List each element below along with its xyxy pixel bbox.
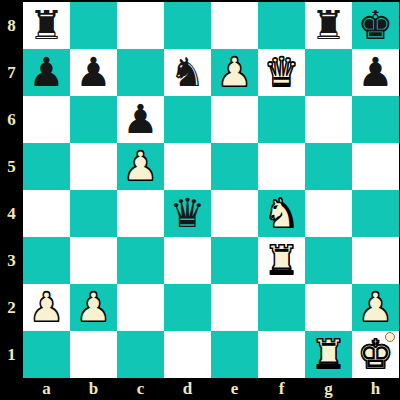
square-g2[interactable] <box>305 284 352 331</box>
square-a2[interactable]: ♟ <box>23 284 70 331</box>
square-g7[interactable] <box>305 49 352 96</box>
square-e3[interactable] <box>211 237 258 284</box>
square-h2[interactable]: ♟ <box>352 284 399 331</box>
square-d4[interactable]: ♛ <box>164 190 211 237</box>
piece-white-rook-f3[interactable]: ♜ <box>264 240 300 280</box>
piece-black-rook-g8[interactable]: ♜ <box>311 5 347 45</box>
square-d7[interactable]: ♞ <box>164 49 211 96</box>
side-to-move-indicator <box>385 332 395 342</box>
square-a8[interactable]: ♜ <box>23 2 70 49</box>
piece-black-rook-a8[interactable]: ♜ <box>29 5 65 45</box>
rank-label-7: 7 <box>0 49 23 96</box>
square-e5[interactable] <box>211 143 258 190</box>
square-h5[interactable] <box>352 143 399 190</box>
square-f4[interactable]: ♞ <box>258 190 305 237</box>
piece-white-pawn-c5[interactable]: ♟ <box>123 146 159 186</box>
piece-black-pawn-h7[interactable]: ♟ <box>358 52 394 92</box>
square-e2[interactable] <box>211 284 258 331</box>
file-label-g: g <box>305 378 352 400</box>
square-b3[interactable] <box>70 237 117 284</box>
piece-white-queen-f7[interactable]: ♛ <box>264 52 300 92</box>
square-a7[interactable]: ♟ <box>23 49 70 96</box>
piece-black-pawn-b7[interactable]: ♟ <box>76 52 112 92</box>
rank-label-6: 6 <box>0 96 23 143</box>
square-d6[interactable] <box>164 96 211 143</box>
square-f1[interactable] <box>258 331 305 378</box>
square-c6[interactable]: ♟ <box>117 96 164 143</box>
piece-white-pawn-b2[interactable]: ♟ <box>76 287 112 327</box>
piece-black-king-h8[interactable]: ♚ <box>358 5 394 45</box>
square-c2[interactable] <box>117 284 164 331</box>
square-b6[interactable] <box>70 96 117 143</box>
square-f2[interactable] <box>258 284 305 331</box>
square-e4[interactable] <box>211 190 258 237</box>
piece-white-knight-f4[interactable]: ♞ <box>264 193 300 233</box>
square-c7[interactable] <box>117 49 164 96</box>
square-a4[interactable] <box>23 190 70 237</box>
square-g8[interactable]: ♜ <box>305 2 352 49</box>
piece-white-rook-g1[interactable]: ♜ <box>311 334 347 374</box>
square-f7[interactable]: ♛ <box>258 49 305 96</box>
file-label-e: e <box>211 378 258 400</box>
square-f5[interactable] <box>258 143 305 190</box>
square-b7[interactable]: ♟ <box>70 49 117 96</box>
square-f3[interactable]: ♜ <box>258 237 305 284</box>
square-d8[interactable] <box>164 2 211 49</box>
file-label-h: h <box>352 378 399 400</box>
square-f6[interactable] <box>258 96 305 143</box>
square-g6[interactable] <box>305 96 352 143</box>
file-label-a: a <box>23 378 70 400</box>
piece-white-pawn-e7[interactable]: ♟ <box>217 52 253 92</box>
square-a5[interactable] <box>23 143 70 190</box>
rank-label-3: 3 <box>0 237 23 284</box>
piece-black-pawn-c6[interactable]: ♟ <box>123 99 159 139</box>
square-d3[interactable] <box>164 237 211 284</box>
square-c4[interactable] <box>117 190 164 237</box>
square-c8[interactable] <box>117 2 164 49</box>
square-c1[interactable] <box>117 331 164 378</box>
square-a6[interactable] <box>23 96 70 143</box>
square-f8[interactable] <box>258 2 305 49</box>
square-b4[interactable] <box>70 190 117 237</box>
rank-label-2: 2 <box>0 284 23 331</box>
square-b5[interactable] <box>70 143 117 190</box>
piece-black-knight-d7[interactable]: ♞ <box>170 52 206 92</box>
piece-black-pawn-a7[interactable]: ♟ <box>29 52 65 92</box>
square-h3[interactable] <box>352 237 399 284</box>
rank-label-5: 5 <box>0 143 23 190</box>
piece-white-pawn-h2[interactable]: ♟ <box>358 287 394 327</box>
chess-diagram: ♜♜♚♟♟♞♟♛♟♟♟♛♞♜♟♟♟♜♚ 87654321 abcdefgh <box>0 0 400 400</box>
square-g3[interactable] <box>305 237 352 284</box>
square-g5[interactable] <box>305 143 352 190</box>
rank-label-4: 4 <box>0 190 23 237</box>
square-e7[interactable]: ♟ <box>211 49 258 96</box>
square-d2[interactable] <box>164 284 211 331</box>
square-c3[interactable] <box>117 237 164 284</box>
rank-label-1: 1 <box>0 331 23 378</box>
square-d1[interactable] <box>164 331 211 378</box>
square-b1[interactable] <box>70 331 117 378</box>
file-label-b: b <box>70 378 117 400</box>
square-c5[interactable]: ♟ <box>117 143 164 190</box>
piece-black-queen-d4[interactable]: ♛ <box>170 193 206 233</box>
square-a3[interactable] <box>23 237 70 284</box>
file-label-f: f <box>258 378 305 400</box>
square-b8[interactable] <box>70 2 117 49</box>
square-e8[interactable] <box>211 2 258 49</box>
square-g4[interactable] <box>305 190 352 237</box>
piece-white-pawn-a2[interactable]: ♟ <box>29 287 65 327</box>
chess-board: ♜♜♚♟♟♞♟♛♟♟♟♛♞♜♟♟♟♜♚ <box>23 2 399 378</box>
square-d5[interactable] <box>164 143 211 190</box>
rank-label-8: 8 <box>0 2 23 49</box>
square-g1[interactable]: ♜ <box>305 331 352 378</box>
file-label-c: c <box>117 378 164 400</box>
file-label-d: d <box>164 378 211 400</box>
square-h8[interactable]: ♚ <box>352 2 399 49</box>
square-e6[interactable] <box>211 96 258 143</box>
square-h7[interactable]: ♟ <box>352 49 399 96</box>
square-b2[interactable]: ♟ <box>70 284 117 331</box>
square-h4[interactable] <box>352 190 399 237</box>
square-h6[interactable] <box>352 96 399 143</box>
square-e1[interactable] <box>211 331 258 378</box>
square-a1[interactable] <box>23 331 70 378</box>
